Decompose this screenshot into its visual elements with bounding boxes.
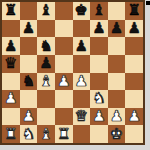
square-a6[interactable]: ♟	[2, 37, 20, 55]
square-e6[interactable]: ♟	[73, 37, 91, 55]
square-d7[interactable]	[55, 20, 73, 38]
piece-black-pawn-g7: ♟	[110, 20, 123, 35]
square-e7[interactable]	[73, 20, 91, 38]
square-d3[interactable]	[55, 90, 73, 108]
square-c7[interactable]	[37, 20, 55, 38]
square-a7[interactable]	[2, 20, 20, 38]
piece-black-knight-c6: ♞	[39, 38, 52, 53]
piece-black-rook-h8: ♜	[127, 3, 140, 18]
square-f2[interactable]: ♟	[90, 108, 108, 126]
square-d1[interactable]: ♜	[55, 125, 73, 143]
piece-white-pawn-f2: ♟	[92, 109, 105, 124]
square-a8[interactable]: ♜	[2, 2, 20, 20]
square-g6[interactable]	[108, 37, 126, 55]
piece-white-pawn-a3: ♟	[4, 91, 17, 106]
square-c5[interactable]: ♟	[37, 55, 55, 73]
piece-white-knight-f3: ♞	[92, 91, 105, 106]
square-a2[interactable]	[2, 108, 20, 126]
square-e8[interactable]: ♚	[73, 2, 91, 20]
piece-black-queen-a5: ♛	[4, 56, 17, 71]
square-b3[interactable]	[20, 90, 38, 108]
square-f8[interactable]: ♝	[90, 2, 108, 20]
piece-black-king-e8: ♚	[75, 3, 88, 18]
square-g4[interactable]	[108, 73, 126, 91]
square-h3[interactable]	[125, 90, 143, 108]
piece-white-rook-a1: ♜	[4, 126, 17, 141]
piece-white-bishop-c1: ♝	[39, 126, 52, 141]
square-h4[interactable]	[125, 73, 143, 91]
piece-white-rook-d1: ♜	[57, 126, 70, 141]
square-h8[interactable]: ♜	[125, 2, 143, 20]
side-to-move-indicator	[146, 1, 150, 5]
square-c2[interactable]	[37, 108, 55, 126]
square-a3[interactable]: ♟	[2, 90, 20, 108]
square-b6[interactable]	[20, 37, 38, 55]
chess-board: ♜♝♚♝♜♟♟♟♟♟♞♟♛♟♞♝♟♟♟♞♟♛♟♟♟♜♞♝♜♚	[0, 0, 145, 145]
square-b7[interactable]: ♟	[20, 20, 38, 38]
square-f4[interactable]	[90, 73, 108, 91]
square-g8[interactable]	[108, 2, 126, 20]
square-g5[interactable]	[108, 55, 126, 73]
square-d2[interactable]	[55, 108, 73, 126]
piece-white-king-g1: ♚	[110, 126, 123, 141]
piece-white-pawn-b2: ♟	[22, 109, 35, 124]
square-f6[interactable]	[90, 37, 108, 55]
piece-black-pawn-f7: ♟	[92, 20, 105, 35]
chess-diagram: ♜♝♚♝♜♟♟♟♟♟♞♟♛♟♞♝♟♟♟♞♟♛♟♟♟♜♞♝♜♚	[0, 0, 150, 150]
square-d4[interactable]: ♟	[55, 73, 73, 91]
piece-white-queen-e2: ♛	[75, 109, 88, 124]
piece-white-bishop-c4: ♝	[39, 73, 52, 88]
square-g7[interactable]: ♟	[108, 20, 126, 38]
piece-white-knight-b1: ♞	[22, 126, 35, 141]
piece-black-knight-b4: ♞	[22, 73, 35, 88]
square-b2[interactable]: ♟	[20, 108, 38, 126]
square-e3[interactable]	[73, 90, 91, 108]
square-e1[interactable]	[73, 125, 91, 143]
piece-white-pawn-g2: ♟	[110, 109, 123, 124]
square-h6[interactable]	[125, 37, 143, 55]
piece-white-pawn-e4: ♟	[75, 73, 88, 88]
piece-black-bishop-c8: ♝	[39, 3, 52, 18]
square-g3[interactable]	[108, 90, 126, 108]
piece-white-pawn-h2: ♟	[127, 109, 140, 124]
piece-black-pawn-c5: ♟	[39, 56, 52, 71]
piece-black-pawn-b7: ♟	[22, 20, 35, 35]
piece-black-pawn-a6: ♟	[4, 38, 17, 53]
piece-black-bishop-f8: ♝	[92, 3, 105, 18]
square-a5[interactable]: ♛	[2, 55, 20, 73]
square-g2[interactable]: ♟	[108, 108, 126, 126]
square-h2[interactable]: ♟	[125, 108, 143, 126]
square-f7[interactable]: ♟	[90, 20, 108, 38]
square-a1[interactable]: ♜	[2, 125, 20, 143]
square-d8[interactable]	[55, 2, 73, 20]
square-d5[interactable]	[55, 55, 73, 73]
piece-black-pawn-h7: ♟	[127, 20, 140, 35]
square-e4[interactable]: ♟	[73, 73, 91, 91]
square-b5[interactable]	[20, 55, 38, 73]
square-f3[interactable]: ♞	[90, 90, 108, 108]
square-e2[interactable]: ♛	[73, 108, 91, 126]
square-g1[interactable]: ♚	[108, 125, 126, 143]
square-c8[interactable]: ♝	[37, 2, 55, 20]
square-b4[interactable]: ♞	[20, 73, 38, 91]
piece-black-pawn-e6: ♟	[75, 38, 88, 53]
square-a4[interactable]	[2, 73, 20, 91]
square-c4[interactable]: ♝	[37, 73, 55, 91]
piece-black-rook-a8: ♜	[4, 3, 17, 18]
square-h5[interactable]	[125, 55, 143, 73]
square-f1[interactable]	[90, 125, 108, 143]
piece-white-pawn-d4: ♟	[57, 73, 70, 88]
square-b1[interactable]: ♞	[20, 125, 38, 143]
square-b8[interactable]	[20, 2, 38, 20]
square-h1[interactable]	[125, 125, 143, 143]
square-h7[interactable]: ♟	[125, 20, 143, 38]
square-d6[interactable]	[55, 37, 73, 55]
square-f5[interactable]	[90, 55, 108, 73]
square-e5[interactable]	[73, 55, 91, 73]
square-c3[interactable]	[37, 90, 55, 108]
square-c6[interactable]: ♞	[37, 37, 55, 55]
square-c1[interactable]: ♝	[37, 125, 55, 143]
